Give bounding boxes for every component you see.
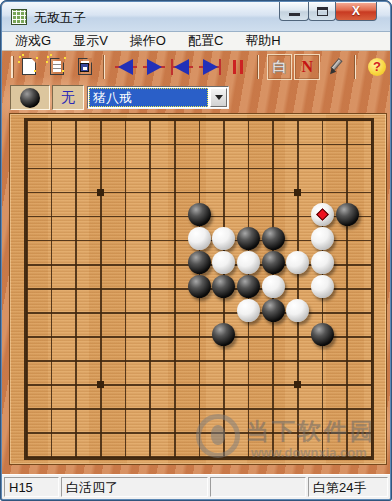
to-start-button[interactable] [169,54,195,80]
menu-view[interactable]: 显示V [64,31,117,51]
grid-line [346,121,348,458]
watermark: 当下软件园 www.downxia.com [196,412,382,464]
maximize-button[interactable] [308,2,336,21]
toolbar: 白 N ? [2,51,390,82]
chevron-down-icon [215,95,223,100]
minimize-button[interactable] [279,2,309,21]
menu-action[interactable]: 操作O [121,31,175,51]
watermark-url: www.downxia.com [251,445,367,460]
toolbar-separator [354,55,356,79]
last-move-marker [316,208,329,221]
arrow-left-end-icon [171,58,193,76]
player-select-dropdown-button[interactable] [210,88,227,107]
stone-black [336,203,359,226]
grid-line [297,121,299,458]
status-spare [210,477,306,497]
open-record-button[interactable] [44,54,70,80]
turn-stone-panel [10,85,50,110]
watermark-text: 当下软件园 [246,416,376,447]
watermark-logo-icon [196,414,240,458]
player-row: 无 猪八戒 [2,82,390,113]
stone-black [262,299,285,322]
title-bar[interactable]: 无敌五子 X [2,2,390,32]
to-end-button[interactable] [197,54,223,80]
app-window: 无敌五子 X 游戏G 显示V 操作O 配置C 帮助H [0,0,392,501]
pause-button[interactable] [225,54,251,80]
n-toggle-button[interactable]: N [294,54,320,80]
stone-black [262,251,285,274]
save-record-button[interactable] [72,54,98,80]
status-move-number: 白第24手 [308,477,388,497]
toolbar-separator [103,55,105,79]
white-toggle-button[interactable]: 白 [267,54,293,80]
step-forward-button[interactable] [141,54,167,80]
stone-white [262,275,285,298]
menu-config[interactable]: 配置C [179,31,232,51]
toolbar-separator [257,55,259,79]
step-back-button[interactable] [113,54,139,80]
menu-game[interactable]: 游戏G [6,31,60,51]
stone-white [311,227,334,250]
arrow-right-end-icon [199,58,221,76]
status-coordinate: H15 [4,477,59,497]
maximize-icon [317,7,328,16]
grid-line [27,408,372,410]
window-title: 无敌五子 [34,9,86,27]
stone-black [188,203,211,226]
stone-black [262,227,285,250]
toolbar-grip[interactable] [11,56,14,78]
question-mark-icon: ? [368,58,386,76]
app-board-icon [11,9,27,25]
menu-bar: 游戏G 显示V 操作O 配置C 帮助H [2,32,390,51]
star-point [97,189,104,196]
help-button[interactable]: ? [364,54,390,80]
star-point [294,189,301,196]
close-button[interactable]: X [335,2,377,21]
stone-black [188,275,211,298]
status-message: 白活四了 [61,477,208,497]
floppy-icon [80,63,89,72]
minimize-icon [289,13,300,16]
arrow-right-icon [143,58,165,76]
menu-help[interactable]: 帮助H [236,31,289,51]
board[interactable]: 当下软件园 www.downxia.com [9,113,387,465]
star-point [97,381,104,388]
grid-line [27,384,372,386]
black-stone-icon [20,88,40,108]
player-select[interactable]: 猪八戒 [87,86,229,109]
arrow-left-icon [115,58,137,76]
player-select-value: 猪八戒 [89,88,208,107]
open-document-icon [50,58,64,75]
white-char-icon: 白 [273,58,287,76]
new-document-icon [22,58,36,75]
pen-icon [326,58,344,76]
status-bar: H15 白活四了 白第24手 [2,474,390,499]
new-game-button[interactable] [16,54,42,80]
grid-line [27,312,372,314]
pause-icon [231,60,245,74]
stone-white [188,227,211,250]
close-icon: X [336,4,376,18]
n-letter-icon: N [302,58,314,76]
stone-black [188,251,211,274]
grid-line [27,360,372,362]
caption-buttons: X [280,2,377,21]
mode-label: 无 [52,85,84,110]
grid-line [371,121,373,458]
save-icon [78,58,92,75]
stone-white [311,203,334,226]
star-point [294,381,301,388]
annotate-button[interactable] [322,54,348,80]
